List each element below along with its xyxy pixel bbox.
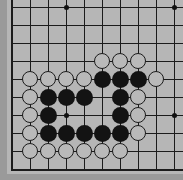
board-cell[interactable] [165, 52, 183, 70]
board-cell[interactable] [3, 106, 21, 124]
board-cell[interactable] [129, 142, 147, 160]
board-cell[interactable] [57, 34, 75, 52]
board-cell[interactable] [147, 0, 165, 16]
board-cell[interactable]: ● [111, 88, 129, 106]
black-stone: ● [40, 125, 57, 142]
board-cell[interactable] [57, 0, 75, 16]
go-board: ○○○○○○○●●●○○●●●●○○●●○○●●●●●○○○○○○○ [3, 0, 183, 178]
white-stone: ○ [94, 143, 110, 159]
black-stone: ● [112, 71, 129, 88]
white-stone: ○ [94, 53, 110, 69]
black-stone: ● [76, 89, 93, 106]
board-cell[interactable] [147, 106, 165, 124]
black-stone: ● [58, 89, 75, 106]
board-cell[interactable] [57, 106, 75, 124]
board-cell[interactable] [93, 0, 111, 16]
board-cell[interactable] [165, 70, 183, 88]
board-cell[interactable] [3, 52, 21, 70]
board-cell[interactable]: ● [111, 106, 129, 124]
board-cell[interactable] [3, 16, 21, 34]
white-stone: ○ [40, 143, 56, 159]
board-cell[interactable] [147, 52, 165, 70]
board-cell[interactable]: ● [39, 106, 57, 124]
white-stone: ○ [130, 89, 146, 105]
board-cell[interactable] [39, 16, 57, 34]
board-cell[interactable] [129, 160, 147, 178]
go-diagram: ○○○○○○○●●●○○●●●●○○●●○○●●●●●○○○○○○○ [0, 0, 183, 180]
star-point [64, 5, 69, 10]
white-stone: ○ [58, 71, 74, 87]
black-stone: ● [40, 89, 57, 106]
white-stone: ○ [130, 53, 146, 69]
board-cell[interactable] [21, 16, 39, 34]
board-cell[interactable] [75, 0, 93, 16]
white-stone: ○ [22, 71, 38, 87]
board-cell[interactable] [147, 34, 165, 52]
board-cell[interactable]: ○ [93, 52, 111, 70]
board-cell[interactable] [3, 160, 21, 178]
board-cell[interactable] [39, 0, 57, 16]
board-cell[interactable]: ○ [147, 70, 165, 88]
board-cell[interactable]: ● [93, 124, 111, 142]
board-cell[interactable]: ● [39, 88, 57, 106]
white-stone: ○ [148, 71, 164, 87]
board-cell[interactable] [3, 70, 21, 88]
board-cell[interactable] [93, 34, 111, 52]
board-cell[interactable] [165, 34, 183, 52]
board-cell[interactable]: ○ [93, 142, 111, 160]
white-stone: ○ [112, 53, 128, 69]
board-cell[interactable] [111, 34, 129, 52]
board-cell[interactable] [111, 16, 129, 34]
board-cell[interactable] [147, 88, 165, 106]
board-cell[interactable] [57, 52, 75, 70]
board-cell[interactable] [165, 106, 183, 124]
board-cell[interactable] [3, 142, 21, 160]
board-cell[interactable]: ○ [129, 88, 147, 106]
white-stone: ○ [40, 71, 56, 87]
board-cell[interactable]: ○ [129, 106, 147, 124]
board-cell[interactable] [147, 16, 165, 34]
board-cell[interactable] [165, 16, 183, 34]
board-cell[interactable] [129, 34, 147, 52]
black-stone: ● [94, 71, 111, 88]
black-stone: ● [112, 89, 129, 106]
board-cell[interactable] [93, 160, 111, 178]
star-point [64, 113, 69, 118]
black-stone: ● [58, 125, 75, 142]
board-cell[interactable] [129, 0, 147, 16]
black-stone: ● [112, 125, 129, 142]
board-cell[interactable] [93, 88, 111, 106]
board-cell[interactable]: ● [57, 88, 75, 106]
board-cell[interactable] [57, 160, 75, 178]
board-cell[interactable] [165, 124, 183, 142]
board-cell[interactable] [93, 16, 111, 34]
board-cell[interactable]: ○ [21, 70, 39, 88]
board-cell[interactable]: ● [93, 70, 111, 88]
board-cell[interactable] [21, 52, 39, 70]
board-cell[interactable] [165, 0, 183, 16]
board-cell[interactable] [75, 34, 93, 52]
white-stone: ○ [130, 125, 146, 141]
board-cell[interactable] [21, 34, 39, 52]
white-stone: ○ [58, 143, 74, 159]
board-cell[interactable] [21, 160, 39, 178]
board-cell[interactable] [147, 142, 165, 160]
board-cell[interactable]: ○ [111, 52, 129, 70]
board-cell[interactable]: ● [75, 124, 93, 142]
board-cell[interactable]: ● [111, 70, 129, 88]
board-cell[interactable]: ○ [21, 106, 39, 124]
board-cell[interactable]: ○ [129, 52, 147, 70]
board-cell[interactable] [147, 124, 165, 142]
black-stone: ● [40, 107, 57, 124]
board-cell[interactable]: ○ [129, 124, 147, 142]
black-stone: ● [130, 71, 147, 88]
white-stone: ○ [130, 107, 146, 123]
board-cell[interactable] [147, 160, 165, 178]
board-cell[interactable]: ○ [111, 142, 129, 160]
board-cell[interactable] [3, 34, 21, 52]
board-cell[interactable]: ○ [21, 88, 39, 106]
board-cell[interactable]: ○ [75, 70, 93, 88]
board-cell[interactable]: ○ [21, 142, 39, 160]
board-cell[interactable]: ● [129, 70, 147, 88]
board-cell[interactable] [75, 16, 93, 34]
board-cell[interactable] [165, 160, 183, 178]
star-point [172, 5, 177, 10]
board-cell[interactable] [75, 52, 93, 70]
white-stone: ○ [22, 143, 38, 159]
black-stone: ● [112, 107, 129, 124]
board-cell[interactable] [39, 34, 57, 52]
board-cell[interactable]: ○ [57, 70, 75, 88]
board-cell[interactable] [165, 88, 183, 106]
board-cell[interactable] [129, 16, 147, 34]
board-cell[interactable] [39, 160, 57, 178]
white-stone: ○ [112, 143, 128, 159]
board-cell[interactable] [111, 160, 129, 178]
board-cell[interactable]: ○ [39, 142, 57, 160]
board-cell[interactable] [111, 0, 129, 16]
board-cell[interactable]: ○ [39, 70, 57, 88]
board-cell[interactable]: ○ [57, 142, 75, 160]
white-stone: ○ [22, 125, 38, 141]
board-cell[interactable] [21, 0, 39, 16]
board-cell[interactable] [93, 106, 111, 124]
black-stone: ● [76, 125, 93, 142]
board-cell[interactable]: ● [75, 88, 93, 106]
board-cell[interactable]: ● [57, 124, 75, 142]
board-cell[interactable]: ● [111, 124, 129, 142]
white-stone: ○ [76, 71, 92, 87]
white-stone: ○ [76, 143, 92, 159]
black-stone: ● [94, 125, 111, 142]
board-cell[interactable]: ○ [75, 142, 93, 160]
board-cell[interactable]: ● [39, 124, 57, 142]
board-cell[interactable]: ○ [21, 124, 39, 142]
board-cell[interactable] [57, 16, 75, 34]
board-cell[interactable] [75, 160, 93, 178]
board-cell[interactable] [39, 52, 57, 70]
board-cell[interactable] [165, 142, 183, 160]
board-cell[interactable] [3, 0, 21, 16]
star-point [172, 113, 177, 118]
white-stone: ○ [22, 107, 38, 123]
board-cell[interactable] [75, 106, 93, 124]
white-stone: ○ [22, 89, 38, 105]
board-cell[interactable] [3, 124, 21, 142]
board-cell[interactable] [3, 88, 21, 106]
